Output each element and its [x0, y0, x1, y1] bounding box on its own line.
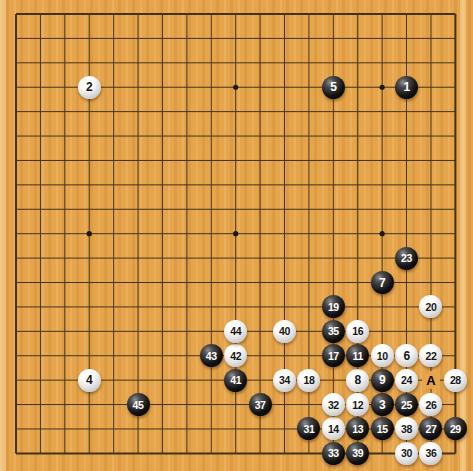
stone-white-28[interactable]: 28 — [444, 369, 467, 392]
star-point — [233, 231, 238, 236]
stone-black-33[interactable]: 33 — [322, 442, 345, 465]
star-point — [380, 231, 385, 236]
stone-black-35[interactable]: 35 — [322, 320, 345, 343]
stone-white-8[interactable]: 8 — [346, 369, 369, 392]
stone-black-39[interactable]: 39 — [346, 442, 369, 465]
star-point — [380, 85, 385, 90]
stone-white-44[interactable]: 44 — [224, 320, 247, 343]
stone-black-5[interactable]: 5 — [322, 76, 345, 99]
star-point — [87, 231, 92, 236]
stone-black-1[interactable]: 1 — [395, 76, 418, 99]
stone-black-3[interactable]: 3 — [371, 393, 394, 416]
stone-black-17[interactable]: 17 — [322, 344, 345, 367]
go-board[interactable]: 1234567891011121314151617181920222324252… — [0, 0, 473, 471]
stone-black-15[interactable]: 15 — [371, 417, 394, 440]
stone-white-2[interactable]: 2 — [78, 76, 101, 99]
star-point — [233, 85, 238, 90]
stone-white-24[interactable]: 24 — [395, 369, 418, 392]
stone-black-9[interactable]: 9 — [371, 369, 394, 392]
stone-white-34[interactable]: 34 — [273, 369, 296, 392]
stone-black-45[interactable]: 45 — [127, 393, 150, 416]
point-label-A: A — [422, 371, 440, 389]
stone-white-16[interactable]: 16 — [346, 320, 369, 343]
stone-black-25[interactable]: 25 — [395, 393, 418, 416]
stone-white-4[interactable]: 4 — [78, 369, 101, 392]
stone-white-40[interactable]: 40 — [273, 320, 296, 343]
stone-black-37[interactable]: 37 — [249, 393, 272, 416]
stone-white-10[interactable]: 10 — [371, 344, 394, 367]
stone-white-18[interactable]: 18 — [297, 369, 320, 392]
stone-black-7[interactable]: 7 — [371, 271, 394, 294]
stone-white-32[interactable]: 32 — [322, 393, 345, 416]
stone-black-43[interactable]: 43 — [200, 344, 223, 367]
stone-black-23[interactable]: 23 — [395, 247, 418, 270]
stone-white-30[interactable]: 30 — [395, 442, 418, 465]
stone-black-41[interactable]: 41 — [224, 369, 247, 392]
